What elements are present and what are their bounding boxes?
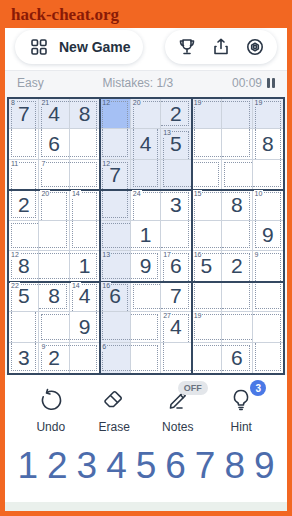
cage-sum: 8 (10, 99, 16, 107)
top-nav: New Game (5, 28, 287, 70)
nav-icon-group (165, 30, 277, 64)
cell-r6c2[interactable] (39, 251, 69, 281)
notes-off-badge: OFF (178, 381, 208, 395)
cell-r8c5[interactable] (131, 312, 161, 342)
cell-r8c8[interactable] (222, 312, 252, 342)
pause-button[interactable] (267, 78, 275, 88)
cell-value: 3 (9, 343, 38, 373)
cell-r4c2[interactable]: 20 (39, 190, 69, 220)
number-key-9[interactable]: 9 (250, 444, 280, 488)
trophy-button[interactable] (175, 36, 199, 58)
cage-sum: 9 (254, 251, 260, 259)
mistakes-label: Mistakes: 1/3 (102, 76, 173, 90)
sudoku-board: 8721481220219196413581171272201424315810… (7, 97, 285, 375)
cell-r1c7[interactable]: 19 (192, 99, 222, 129)
cell-r6c8[interactable]: 2 (222, 251, 252, 281)
cell-value: 9 (131, 251, 160, 280)
new-game-label: New Game (59, 39, 131, 55)
number-key-4[interactable]: 4 (102, 444, 132, 488)
cell-r9c1[interactable]: 3 (9, 343, 39, 373)
cell-value: 7 (161, 282, 190, 311)
cell-r9c4[interactable]: 6 (100, 343, 130, 373)
app-frame: hack-cheat.org New Game (5, 0, 287, 511)
erase-button[interactable]: Erase (88, 387, 140, 434)
cell-value: 3 (161, 190, 190, 219)
cell-r8c2[interactable] (39, 312, 69, 342)
cell-r3c7[interactable] (192, 160, 222, 190)
cell-r4c1[interactable]: 2 (9, 190, 39, 220)
cell-r7c9[interactable] (253, 282, 283, 312)
cell-r5c5[interactable]: 1 (131, 221, 161, 251)
cell-r6c5[interactable]: 9 (131, 251, 161, 281)
cell-r2c2[interactable]: 6 (39, 129, 69, 159)
cell-value: 8 (70, 99, 99, 128)
cage-sum: 13 (162, 129, 172, 137)
cell-value: 2 (222, 251, 251, 280)
cell-r2c9[interactable]: 8 (253, 129, 283, 159)
cage-sum: 20 (132, 99, 142, 107)
cage-sum: 15 (193, 190, 203, 198)
cell-r8c4[interactable] (100, 312, 130, 342)
board-area: 8721481220219196413581171272201424315810… (5, 94, 287, 375)
cell-r7c4[interactable]: 166 (100, 282, 130, 312)
number-key-1[interactable]: 1 (13, 444, 43, 488)
cell-r6c3[interactable]: 1 (70, 251, 100, 281)
number-key-7[interactable]: 7 (190, 444, 220, 488)
cell-r9c2[interactable]: 92 (39, 343, 69, 373)
cage-sum: 10 (254, 190, 264, 198)
cell-value: 1 (131, 221, 160, 250)
cell-r9c6[interactable] (161, 343, 191, 373)
cell-r5c1[interactable] (9, 221, 39, 251)
cell-r7c8[interactable] (222, 282, 252, 312)
cage-sum: 14 (71, 190, 81, 198)
cage-sum: 16 (101, 282, 111, 290)
cell-value: 6 (222, 343, 251, 373)
cage-sum: 12 (101, 160, 111, 168)
number-pad: 123456789 (5, 434, 287, 494)
cage-sum: 20 (40, 190, 50, 198)
cage-sum: 22 (10, 282, 20, 290)
cell-r7c7[interactable] (192, 282, 222, 312)
cell-r5c3[interactable] (70, 221, 100, 251)
cell-r4c4[interactable] (100, 190, 130, 220)
number-key-8[interactable]: 8 (220, 444, 250, 488)
cell-value: 2 (161, 99, 190, 128)
cage-sum: 6 (101, 343, 107, 351)
cell-r9c7[interactable] (192, 343, 222, 373)
cell-r7c5[interactable] (131, 282, 161, 312)
cell-r6c1[interactable]: 128 (9, 251, 39, 281)
cell-r9c5[interactable] (131, 343, 161, 373)
cell-r4c5[interactable]: 24 (131, 190, 161, 220)
cage-sum: 16 (193, 251, 203, 259)
eraser-icon (101, 387, 127, 417)
cell-r9c3[interactable] (70, 343, 100, 373)
cage-sum: 14 (71, 282, 81, 290)
cell-r1c4[interactable]: 12 (100, 99, 130, 129)
undo-icon (38, 387, 64, 417)
bottom-spacer (5, 502, 287, 511)
cell-r6c6[interactable]: 176 (161, 251, 191, 281)
share-button[interactable] (209, 36, 233, 58)
undo-button[interactable]: Undo (25, 387, 77, 434)
cell-r4c3[interactable]: 14 (70, 190, 100, 220)
number-key-3[interactable]: 3 (72, 444, 102, 488)
cell-r1c5[interactable]: 20 (131, 99, 161, 129)
cell-r2c7[interactable] (192, 129, 222, 159)
cage-sum: 7 (40, 160, 46, 168)
cell-r2c4[interactable] (100, 129, 130, 159)
difficulty-label: Easy (17, 76, 44, 90)
cage-sum: 11 (10, 160, 19, 168)
cell-r1c9[interactable]: 19 (253, 99, 283, 129)
cage-sum: 24 (132, 190, 142, 198)
watermark-banner: hack-cheat.org (5, 0, 287, 28)
cell-r4c8[interactable]: 8 (222, 190, 252, 220)
cell-r3c3[interactable] (70, 160, 100, 190)
number-key-2[interactable]: 2 (43, 444, 73, 488)
cell-r1c1[interactable]: 87 (9, 99, 39, 129)
cell-r7c1[interactable]: 225 (9, 282, 39, 312)
cell-value: 6 (39, 129, 68, 158)
cell-value: 1 (70, 251, 99, 280)
cell-r4c6[interactable]: 3 (161, 190, 191, 220)
cell-r5c7[interactable] (192, 221, 222, 251)
cage-sum: 12 (10, 251, 20, 259)
cell-r6c9[interactable]: 9 (253, 251, 283, 281)
cage-sum: 19 (193, 99, 203, 107)
grid-icon (27, 36, 51, 58)
cell-value: 9 (70, 312, 99, 341)
cell-r8c1[interactable] (9, 312, 39, 342)
cell-r5c9[interactable]: 9 (253, 221, 283, 251)
cage-sum: 17 (162, 251, 172, 259)
cell-value: 8 (253, 129, 283, 158)
cell-r5c2[interactable] (39, 221, 69, 251)
cage-sum: 13 (101, 251, 111, 259)
cell-r3c4[interactable]: 127 (100, 160, 130, 190)
settings-button[interactable] (243, 36, 267, 58)
cell-r1c8[interactable] (222, 99, 252, 129)
cell-r3c6[interactable] (161, 160, 191, 190)
cell-r3c2[interactable]: 7 (39, 160, 69, 190)
cell-value: 2 (9, 190, 38, 219)
cell-value: 9 (253, 221, 283, 250)
toolbar: Undo Erase OFF Notes 3 (5, 375, 287, 434)
cage-sum: 19 (254, 99, 264, 107)
cage-sum: 21 (40, 99, 50, 107)
cell-r7c6[interactable]: 7 (161, 282, 191, 312)
notes-button[interactable]: OFF Notes (152, 387, 204, 434)
cell-r9c8[interactable]: 6 (222, 343, 252, 373)
cell-r8c9[interactable] (253, 312, 283, 342)
cell-r4c9[interactable]: 10 (253, 190, 283, 220)
cage-sum: 27 (162, 312, 172, 320)
cell-r3c9[interactable] (253, 160, 283, 190)
timer-label: 00:09 (232, 76, 262, 90)
cell-r2c5[interactable]: 4 (131, 129, 161, 159)
cell-r7c3[interactable]: 144 (70, 282, 100, 312)
cell-r9c9[interactable] (253, 343, 283, 373)
cell-r2c3[interactable] (70, 129, 100, 159)
cell-r4c7[interactable]: 15 (192, 190, 222, 220)
cell-r1c3[interactable]: 8 (70, 99, 100, 129)
cell-value: 8 (39, 282, 68, 311)
number-key-6[interactable]: 6 (161, 444, 191, 488)
cell-value: 4 (131, 129, 160, 158)
cell-r6c7[interactable]: 165 (192, 251, 222, 281)
cage-sum: 19 (193, 312, 203, 320)
cell-r5c4[interactable] (100, 221, 130, 251)
cell-r3c8[interactable] (222, 160, 252, 190)
cell-r2c6[interactable]: 135 (161, 129, 191, 159)
cell-r5c8[interactable] (222, 221, 252, 251)
number-key-5[interactable]: 5 (131, 444, 161, 488)
cell-r8c7[interactable]: 19 (192, 312, 222, 342)
hint-count-badge: 3 (250, 380, 266, 396)
new-game-button[interactable]: New Game (15, 30, 143, 64)
cell-r1c6[interactable]: 2 (161, 99, 191, 129)
status-bar: Easy Mistakes: 1/3 00:09 (5, 70, 287, 94)
cell-r5c6[interactable] (161, 221, 191, 251)
cell-r2c8[interactable] (222, 129, 252, 159)
cell-r2c1[interactable] (9, 129, 39, 159)
cell-r7c2[interactable]: 8 (39, 282, 69, 312)
cell-r1c2[interactable]: 214 (39, 99, 69, 129)
cage-sum: 12 (101, 99, 111, 107)
cell-r6c4[interactable]: 13 (100, 251, 130, 281)
cell-r3c5[interactable] (131, 160, 161, 190)
cell-r3c1[interactable]: 11 (9, 160, 39, 190)
cell-r8c6[interactable]: 274 (161, 312, 191, 342)
cage-sum: 9 (40, 343, 46, 351)
hint-button[interactable]: 3 Hint (215, 387, 267, 434)
cell-value: 8 (222, 190, 251, 219)
cell-r8c3[interactable]: 9 (70, 312, 100, 342)
